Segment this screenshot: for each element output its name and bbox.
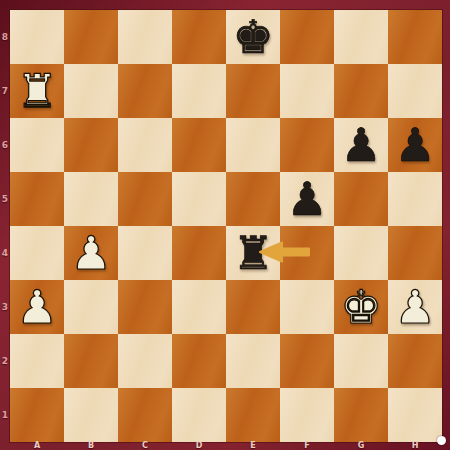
square-c1[interactable]	[118, 388, 172, 442]
square-f3[interactable]	[280, 280, 334, 334]
square-e2[interactable]	[226, 334, 280, 388]
square-a5[interactable]	[10, 172, 64, 226]
square-g5[interactable]	[334, 172, 388, 226]
side-to-move-indicator	[437, 436, 446, 445]
square-b5[interactable]	[64, 172, 118, 226]
rank-label-1: 1	[0, 388, 10, 442]
square-d6[interactable]	[172, 118, 226, 172]
square-g3[interactable]: ♚	[334, 280, 388, 334]
rank-label-4: 4	[0, 226, 10, 280]
square-d8[interactable]	[172, 10, 226, 64]
square-d4[interactable]	[172, 226, 226, 280]
square-g8[interactable]	[334, 10, 388, 64]
square-b1[interactable]	[64, 388, 118, 442]
chess-board: ♚♜♟♟♟♟♜♟♚♟	[10, 10, 442, 442]
square-h8[interactable]	[388, 10, 442, 64]
square-h5[interactable]	[388, 172, 442, 226]
black-pawn[interactable]: ♟	[340, 118, 381, 172]
square-a4[interactable]	[10, 226, 64, 280]
square-c4[interactable]	[118, 226, 172, 280]
square-d1[interactable]	[172, 388, 226, 442]
square-a2[interactable]	[10, 334, 64, 388]
black-pawn[interactable]: ♟	[394, 118, 435, 172]
square-c2[interactable]	[118, 334, 172, 388]
black-rook[interactable]: ♜	[232, 226, 273, 280]
black-pawn[interactable]: ♟	[286, 172, 327, 226]
rank-label-5: 5	[0, 172, 10, 226]
square-g7[interactable]	[334, 64, 388, 118]
square-e1[interactable]	[226, 388, 280, 442]
square-c7[interactable]	[118, 64, 172, 118]
square-d5[interactable]	[172, 172, 226, 226]
square-d3[interactable]	[172, 280, 226, 334]
square-a3[interactable]: ♟	[10, 280, 64, 334]
square-f1[interactable]	[280, 388, 334, 442]
square-h7[interactable]	[388, 64, 442, 118]
rank-label-6: 6	[0, 118, 10, 172]
square-g6[interactable]: ♟	[334, 118, 388, 172]
square-e5[interactable]	[226, 172, 280, 226]
square-b4[interactable]: ♟	[64, 226, 118, 280]
file-label-a: A	[10, 441, 64, 450]
square-c6[interactable]	[118, 118, 172, 172]
square-e3[interactable]	[226, 280, 280, 334]
square-b6[interactable]	[64, 118, 118, 172]
square-f5[interactable]: ♟	[280, 172, 334, 226]
rank-labels: 87654321	[0, 10, 10, 442]
square-g2[interactable]	[334, 334, 388, 388]
white-pawn[interactable]: ♟	[16, 280, 57, 334]
square-g4[interactable]	[334, 226, 388, 280]
square-e4[interactable]: ♜	[226, 226, 280, 280]
square-f7[interactable]	[280, 64, 334, 118]
white-pawn[interactable]: ♟	[70, 226, 111, 280]
square-c5[interactable]	[118, 172, 172, 226]
file-label-e: E	[226, 441, 280, 450]
white-king[interactable]: ♚	[340, 280, 381, 334]
square-f2[interactable]	[280, 334, 334, 388]
file-label-c: C	[118, 441, 172, 450]
square-e6[interactable]	[226, 118, 280, 172]
file-label-f: F	[280, 441, 334, 450]
square-h1[interactable]	[388, 388, 442, 442]
square-b2[interactable]	[64, 334, 118, 388]
square-a6[interactable]	[10, 118, 64, 172]
rank-label-8: 8	[0, 10, 10, 64]
file-label-b: B	[64, 441, 118, 450]
square-b3[interactable]	[64, 280, 118, 334]
square-h4[interactable]	[388, 226, 442, 280]
square-a1[interactable]	[10, 388, 64, 442]
file-label-g: G	[334, 441, 388, 450]
white-pawn[interactable]: ♟	[394, 280, 435, 334]
square-c3[interactable]	[118, 280, 172, 334]
file-label-d: D	[172, 441, 226, 450]
white-rook[interactable]: ♜	[16, 64, 57, 118]
rank-label-2: 2	[0, 334, 10, 388]
square-h3[interactable]: ♟	[388, 280, 442, 334]
square-c8[interactable]	[118, 10, 172, 64]
black-king[interactable]: ♚	[232, 10, 273, 64]
square-a8[interactable]	[10, 10, 64, 64]
square-f4[interactable]	[280, 226, 334, 280]
square-d7[interactable]	[172, 64, 226, 118]
rank-label-3: 3	[0, 280, 10, 334]
square-f8[interactable]	[280, 10, 334, 64]
file-label-h: H	[388, 441, 442, 450]
square-d2[interactable]	[172, 334, 226, 388]
square-b8[interactable]	[64, 10, 118, 64]
square-e7[interactable]	[226, 64, 280, 118]
square-h2[interactable]	[388, 334, 442, 388]
chess-board-frame: 87654321 ♚♜♟♟♟♟♜♟♚♟ ABCDEFGH	[0, 0, 450, 450]
rank-label-7: 7	[0, 64, 10, 118]
square-a7[interactable]: ♜	[10, 64, 64, 118]
file-labels: ABCDEFGH	[10, 441, 442, 450]
square-b7[interactable]	[64, 64, 118, 118]
square-e8[interactable]: ♚	[226, 10, 280, 64]
square-f6[interactable]	[280, 118, 334, 172]
square-h6[interactable]: ♟	[388, 118, 442, 172]
square-g1[interactable]	[334, 388, 388, 442]
